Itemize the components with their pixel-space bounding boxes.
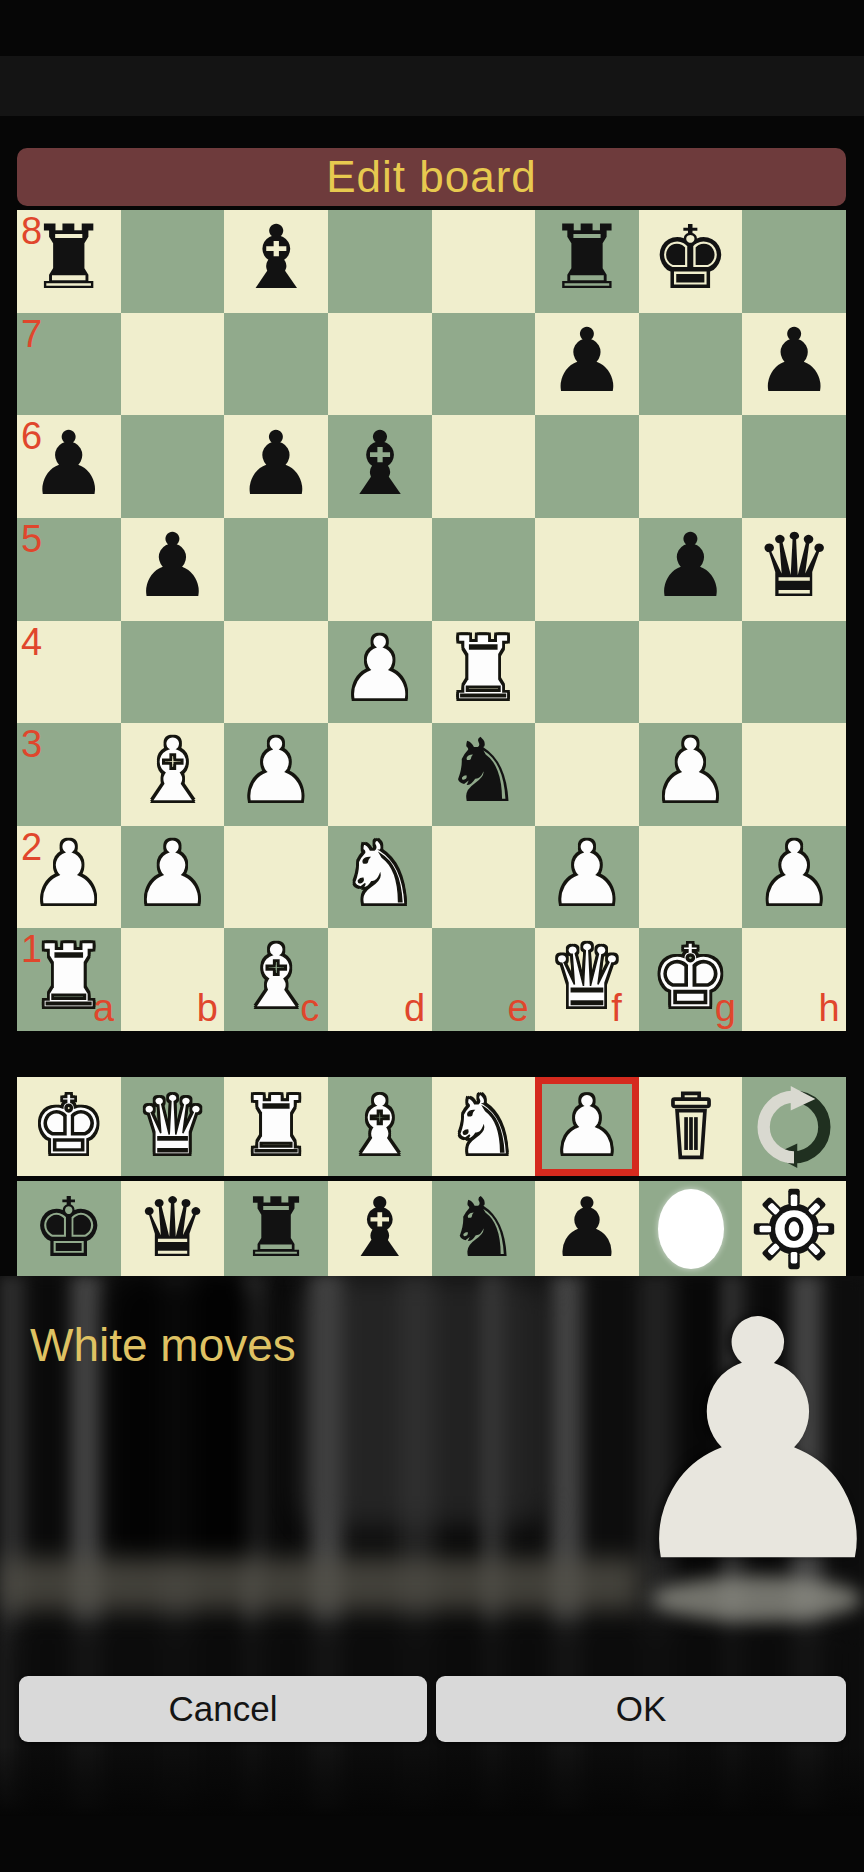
- square-d8[interactable]: [328, 210, 432, 313]
- square-f2[interactable]: ♟: [535, 826, 639, 929]
- board: ♜♝♜♚♟♟♟♟♝♟♟♛♟♜♝♟♞♟♟♟♞♟♟♜♝♛♚87654321abcde…: [17, 210, 846, 1031]
- piece-black-king: ♚: [639, 210, 743, 313]
- square-e5[interactable]: [432, 518, 536, 621]
- photo-white-pawn: ♟: [648, 1276, 864, 1600]
- piece-black-pawn: ♟: [742, 313, 846, 416]
- gear-icon: [753, 1188, 835, 1270]
- white-knight-icon: ♞: [447, 1085, 521, 1169]
- square-b7[interactable]: [121, 313, 225, 416]
- palette-white-bishop[interactable]: ♝: [328, 1077, 432, 1176]
- square-g5[interactable]: ♟: [639, 518, 743, 621]
- square-f1[interactable]: ♛: [535, 928, 639, 1031]
- square-f8[interactable]: ♜: [535, 210, 639, 313]
- square-c3[interactable]: ♟: [224, 723, 328, 826]
- palette-black-bishop[interactable]: ♝: [328, 1181, 432, 1276]
- black-bishop-icon: ♝: [343, 1187, 417, 1271]
- palette-black-knight[interactable]: ♞: [432, 1181, 536, 1276]
- palette-row-black: ♚♛♜♝♞♟: [17, 1181, 846, 1276]
- square-d2[interactable]: ♞: [328, 826, 432, 929]
- palette-black-pawn[interactable]: ♟: [535, 1181, 639, 1276]
- side-to-move-text: White moves: [30, 1318, 296, 1372]
- black-queen-icon: ♛: [136, 1187, 210, 1271]
- square-h4[interactable]: [742, 621, 846, 724]
- piece-black-knight: ♞: [432, 723, 536, 826]
- square-e7[interactable]: [432, 313, 536, 416]
- square-c6[interactable]: ♟: [224, 415, 328, 518]
- palette-white-knight[interactable]: ♞: [432, 1077, 536, 1176]
- square-g2[interactable]: [639, 826, 743, 929]
- file-label-f: f: [611, 989, 622, 1027]
- title-bar: Edit board: [17, 148, 846, 206]
- square-c8[interactable]: ♝: [224, 210, 328, 313]
- square-d6[interactable]: ♝: [328, 415, 432, 518]
- piece-black-pawn: ♟: [224, 415, 328, 518]
- black-king-icon: ♚: [32, 1187, 106, 1271]
- piece-white-pawn: ♟: [121, 826, 225, 929]
- square-f6[interactable]: [535, 415, 639, 518]
- page-title: Edit board: [326, 152, 537, 202]
- square-d4[interactable]: ♟: [328, 621, 432, 724]
- palette-black-king[interactable]: ♚: [17, 1181, 121, 1276]
- square-e8[interactable]: [432, 210, 536, 313]
- piece-black-queen: ♛: [742, 518, 846, 621]
- file-label-e: e: [508, 989, 529, 1027]
- square-b5[interactable]: ♟: [121, 518, 225, 621]
- white-circle-icon: [658, 1189, 724, 1269]
- square-e2[interactable]: [432, 826, 536, 929]
- square-c2[interactable]: [224, 826, 328, 929]
- piece-white-pawn: ♟: [328, 621, 432, 724]
- palette-white-king[interactable]: ♚: [17, 1077, 121, 1176]
- photo-table-band: [0, 1558, 640, 1610]
- square-g8[interactable]: ♚: [639, 210, 743, 313]
- palette-delete-tool[interactable]: [639, 1077, 743, 1176]
- square-c5[interactable]: [224, 518, 328, 621]
- white-queen-icon: ♛: [136, 1085, 210, 1169]
- file-label-h: h: [818, 989, 839, 1027]
- rank-label-2: 2: [21, 828, 42, 866]
- square-h3[interactable]: [742, 723, 846, 826]
- square-g7[interactable]: [639, 313, 743, 416]
- rank-label-5: 5: [21, 520, 42, 558]
- palette-white-rook[interactable]: ♜: [224, 1077, 328, 1176]
- rank-label-4: 4: [21, 623, 42, 661]
- square-d3[interactable]: [328, 723, 432, 826]
- swap-icon: [753, 1086, 835, 1168]
- black-pawn-icon: ♟: [550, 1187, 624, 1271]
- square-b4[interactable]: [121, 621, 225, 724]
- photo-gray-blob: [300, 1276, 550, 1526]
- square-b6[interactable]: [121, 415, 225, 518]
- square-d5[interactable]: [328, 518, 432, 621]
- square-e3[interactable]: ♞: [432, 723, 536, 826]
- square-e4[interactable]: ♜: [432, 621, 536, 724]
- palette-swap-colors[interactable]: [742, 1077, 846, 1176]
- square-g4[interactable]: [639, 621, 743, 724]
- piece-black-pawn: ♟: [639, 518, 743, 621]
- palette-row-white: ♚♛♜♝♞♟: [17, 1077, 846, 1176]
- piece-white-knight: ♞: [328, 826, 432, 929]
- square-g6[interactable]: [639, 415, 743, 518]
- square-b2[interactable]: ♟: [121, 826, 225, 929]
- cancel-button[interactable]: Cancel: [19, 1676, 427, 1742]
- square-h5[interactable]: ♛: [742, 518, 846, 621]
- white-bishop-icon: ♝: [343, 1085, 417, 1169]
- piece-white-queen: ♛: [535, 928, 639, 1031]
- piece-white-bishop: ♝: [121, 723, 225, 826]
- file-label-a: a: [93, 989, 114, 1027]
- photo-fade: [0, 1746, 864, 1816]
- trash-icon: [650, 1086, 732, 1168]
- palette-white-pawn[interactable]: ♟: [535, 1077, 639, 1176]
- square-d7[interactable]: [328, 313, 432, 416]
- black-rook-icon: ♜: [239, 1187, 313, 1271]
- square-f3[interactable]: [535, 723, 639, 826]
- piece-white-pawn: ♟: [639, 723, 743, 826]
- palette-white-queen[interactable]: ♛: [121, 1077, 225, 1176]
- palette-settings[interactable]: [742, 1181, 846, 1276]
- rank-label-1: 1: [21, 930, 42, 968]
- rank-label-7: 7: [21, 315, 42, 353]
- palette-black-rook[interactable]: ♜: [224, 1181, 328, 1276]
- rank-label-8: 8: [21, 212, 42, 250]
- palette-black-queen[interactable]: ♛: [121, 1181, 225, 1276]
- square-h7[interactable]: ♟: [742, 313, 846, 416]
- file-label-d: d: [404, 989, 425, 1027]
- square-g3[interactable]: ♟: [639, 723, 743, 826]
- ok-button[interactable]: OK: [436, 1676, 846, 1742]
- square-c7[interactable]: [224, 313, 328, 416]
- palette-side-to-move-indicator[interactable]: [639, 1181, 743, 1276]
- white-pawn-icon: ♟: [550, 1085, 624, 1169]
- square-h2[interactable]: ♟: [742, 826, 846, 929]
- square-f5[interactable]: [535, 518, 639, 621]
- square-b3[interactable]: ♝: [121, 723, 225, 826]
- piece-black-pawn: ♟: [121, 518, 225, 621]
- rank-label-6: 6: [21, 417, 42, 455]
- piece-black-rook: ♜: [535, 210, 639, 313]
- white-rook-icon: ♜: [239, 1085, 313, 1169]
- black-knight-icon: ♞: [447, 1187, 521, 1271]
- square-c4[interactable]: [224, 621, 328, 724]
- square-f4[interactable]: [535, 621, 639, 724]
- square-h8[interactable]: [742, 210, 846, 313]
- square-b8[interactable]: [121, 210, 225, 313]
- white-king-icon: ♚: [32, 1085, 106, 1169]
- file-label-c: c: [300, 989, 319, 1027]
- piece-white-pawn: ♟: [742, 826, 846, 929]
- piece-black-bishop: ♝: [224, 210, 328, 313]
- status-bar-area: [0, 56, 864, 116]
- piece-white-pawn: ♟: [535, 826, 639, 929]
- piece-white-rook: ♜: [432, 621, 536, 724]
- edit-board-screen: Edit board ♜♝♜♚♟♟♟♟♝♟♟♛♟♜♝♟♞♟♟♟♞♟♟♜♝♛♚87…: [0, 0, 864, 1872]
- rank-label-3: 3: [21, 725, 42, 763]
- square-f7[interactable]: ♟: [535, 313, 639, 416]
- piece-white-pawn: ♟: [224, 723, 328, 826]
- file-label-g: g: [715, 989, 736, 1027]
- file-label-b: b: [197, 989, 218, 1027]
- square-h6[interactable]: [742, 415, 846, 518]
- piece-black-pawn: ♟: [535, 313, 639, 416]
- piece-black-bishop: ♝: [328, 415, 432, 518]
- square-e6[interactable]: [432, 415, 536, 518]
